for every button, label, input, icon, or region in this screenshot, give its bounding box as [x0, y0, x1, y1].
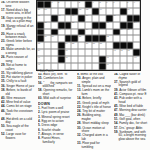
clue-number: 48. [1, 117, 6, 121]
grid-cell[interactable] [85, 63, 92, 70]
cell-number: 46 [106, 56, 109, 59]
grid-cell[interactable] [120, 35, 127, 42]
grid-cell[interactable] [92, 29, 99, 36]
grid-cell[interactable]: 38 [99, 42, 106, 49]
grid-cell[interactable] [127, 35, 134, 42]
cell-number: 27 [120, 28, 123, 31]
grid-cell[interactable] [106, 42, 113, 49]
clue-number: 60. [38, 96, 43, 100]
cell-number: 7 [113, 1, 114, 4]
black-cell [120, 8, 127, 15]
cell-number: 26 [86, 28, 89, 31]
cell-number: 45 [65, 56, 68, 59]
clue-number: 20. [1, 32, 6, 36]
grid-cell[interactable]: 9 [133, 1, 140, 8]
black-cell [65, 22, 72, 29]
clue-number: 10. [77, 76, 82, 80]
cell-number: 35 [72, 42, 75, 45]
cell-number: 22 [72, 21, 75, 24]
cell-number: 39 [37, 49, 40, 52]
cell-number: 28 [127, 28, 130, 31]
grid-cell[interactable] [92, 49, 99, 56]
cell-number: 36 [86, 42, 89, 45]
black-cell [99, 63, 106, 70]
clue-number: 23. [1, 39, 6, 43]
cell-number: 1 [51, 1, 52, 4]
grid-cell[interactable]: 20 [113, 15, 120, 22]
clue-number: 30. [77, 126, 82, 130]
grid-cell[interactable] [113, 63, 120, 70]
cell-number: 44 [37, 56, 40, 59]
grid-cell[interactable] [99, 29, 106, 36]
clue-number: 16. [1, 1, 6, 4]
grid-cell[interactable] [51, 8, 58, 15]
cell-number: 16 [37, 14, 40, 17]
grid-cell[interactable] [65, 15, 72, 22]
grid-cell[interactable]: 29 [44, 35, 51, 42]
grid-cell[interactable] [127, 63, 134, 70]
cell-number: 42 [120, 49, 123, 52]
grid-cell[interactable]: 43 [127, 49, 134, 56]
grid-cell[interactable] [99, 15, 106, 22]
grid-cell[interactable] [113, 56, 120, 63]
grid-cell[interactable]: 28 [127, 29, 134, 36]
cell-number: 2 [58, 1, 59, 4]
clue-item: 37. Spanish gold of legend [114, 81, 149, 88]
cell-number: 31 [79, 35, 82, 38]
grid-cell[interactable]: 17 [58, 15, 65, 22]
crossword-grid: 1234567891011121314151617181920212223242… [36, 0, 141, 71]
clue-number: 13. [77, 88, 82, 92]
grid-cell[interactable] [92, 63, 99, 70]
grid-cell[interactable] [65, 1, 72, 8]
grid-cell[interactable]: 19 [85, 15, 92, 22]
clue-number: 56. [38, 81, 43, 85]
grid-cell[interactable] [65, 63, 72, 70]
cell-number: 38 [99, 42, 102, 45]
cell-number: 32 [106, 35, 109, 38]
clue-number: 33. [77, 141, 82, 145]
grid-cell[interactable] [92, 15, 99, 22]
grid-cell[interactable]: 42 [120, 49, 127, 56]
clue-number: 19. [1, 24, 6, 28]
cell-number: 15 [127, 8, 130, 11]
grid-cell[interactable]: 16 [37, 15, 44, 22]
cell-number: 43 [127, 49, 130, 52]
grid-cell[interactable]: 6 [106, 1, 113, 8]
black-cell [113, 29, 120, 36]
grid-cell[interactable] [120, 56, 127, 63]
grid-cell[interactable] [71, 63, 78, 70]
grid-cell[interactable] [51, 22, 58, 29]
black-cell [58, 49, 65, 56]
grid-cell[interactable] [65, 29, 72, 36]
grid-cell[interactable] [51, 56, 58, 63]
black-cell [78, 15, 85, 22]
grid-cell[interactable] [85, 56, 92, 63]
grid-cell[interactable] [120, 1, 127, 8]
grid-cell[interactable]: 25 [58, 29, 65, 36]
clue-number: 26. [77, 113, 82, 117]
grid-cell[interactable] [71, 29, 78, 36]
grid-cell[interactable]: 32 [106, 35, 113, 42]
grid-cell[interactable] [120, 63, 127, 70]
grid-cell[interactable] [71, 56, 78, 63]
grid-cell[interactable]: 45 [65, 56, 72, 63]
cell-number: 10 [37, 8, 40, 11]
clue-number: 29. [1, 63, 6, 67]
clue-number: 50. [1, 124, 6, 128]
grid-cell[interactable] [51, 42, 58, 49]
clue-number: 8. [38, 136, 41, 140]
cell-number: 18 [72, 14, 75, 17]
grid-cell[interactable] [44, 49, 51, 56]
grid-cell[interactable]: 41 [113, 49, 120, 56]
grid-cell[interactable]: 35 [71, 42, 78, 49]
cell-number: 14 [99, 8, 102, 11]
cell-number: 9 [134, 1, 135, 4]
clue-item: 33. Floor pad for tumbling [77, 142, 111, 149]
grid-cell[interactable] [71, 49, 78, 56]
grid-cell[interactable]: 30 [51, 35, 58, 42]
grid-cell[interactable] [92, 56, 99, 63]
grid-cell[interactable] [133, 29, 140, 36]
grid-cell[interactable]: 14 [99, 8, 106, 15]
cell-number: 6 [106, 1, 107, 4]
grid-cell[interactable] [133, 42, 140, 49]
clue-column-right: 34. Caged talker of rhyme37. Spanish gol… [114, 73, 149, 149]
grid-cell[interactable]: 12 [78, 8, 85, 15]
black-cell [37, 29, 44, 36]
clue-number: 38. [1, 88, 6, 92]
cell-number: 4 [93, 1, 94, 4]
grid-cell[interactable] [127, 56, 134, 63]
clue-item: 60. Mild oath of surprise [38, 97, 73, 101]
cell-number: 21 [44, 21, 47, 24]
grid-cell[interactable]: 23 [106, 22, 113, 29]
grid-cell[interactable] [78, 49, 85, 56]
cell-number: 48 [37, 63, 40, 66]
cell-number: 30 [51, 35, 54, 38]
cell-number: 13 [86, 8, 89, 11]
clue-number: 58. [38, 88, 43, 92]
cell-number: 17 [58, 14, 61, 17]
grid-cell[interactable] [106, 8, 113, 15]
cell-number: 8 [127, 1, 128, 4]
cell-number: 11 [44, 8, 46, 11]
grid-cell[interactable] [78, 56, 85, 63]
black-cell [65, 8, 72, 15]
cell-number: 41 [113, 49, 116, 52]
black-cell [58, 42, 65, 49]
grid-cell[interactable]: 49 [106, 63, 113, 70]
grid-cell[interactable]: 4 [92, 1, 99, 8]
grid-cell[interactable] [133, 63, 140, 70]
grid-cell[interactable]: 31 [78, 35, 85, 42]
clue-number: 59. [114, 130, 119, 134]
cell-number: 23 [106, 21, 109, 24]
cell-number: 47 [134, 56, 137, 59]
cell-number: 25 [58, 28, 61, 31]
grid-cell[interactable] [133, 35, 140, 42]
grid-cell[interactable] [78, 22, 85, 29]
grid-cell[interactable] [78, 42, 85, 49]
grid-cell[interactable] [51, 49, 58, 56]
grid-cell[interactable]: 26 [85, 29, 92, 36]
clue-item: 8. Pianist Hines, familiarly [38, 137, 73, 144]
grid-cell[interactable]: 27 [120, 29, 127, 36]
black-cell [92, 8, 99, 15]
grid-cell[interactable] [44, 56, 51, 63]
grid-cell[interactable]: 22 [71, 22, 78, 29]
grid-cell[interactable]: 21 [44, 22, 51, 29]
grid-cell[interactable] [113, 35, 120, 42]
grid-cell[interactable] [58, 63, 65, 70]
cell-number: 29 [44, 35, 47, 38]
clue-number: 43. [114, 96, 119, 100]
cell-number: 20 [113, 14, 116, 17]
grid-cell[interactable]: 1 [51, 1, 58, 8]
cell-number: 12 [79, 8, 82, 11]
cell-number: 49 [106, 63, 109, 66]
grid-cell[interactable]: 7 [113, 1, 120, 8]
black-cell [127, 15, 134, 22]
cell-number: 40 [65, 49, 68, 52]
grid-cell[interactable] [133, 8, 140, 15]
clue-item: 52. Large vase for flowers [1, 133, 35, 140]
grid-cell[interactable]: 37 [92, 42, 99, 49]
clue-number: 25. [1, 47, 6, 51]
cell-number: 37 [93, 42, 96, 45]
grid-cell[interactable] [99, 49, 106, 56]
clue-number: 37. [114, 80, 119, 84]
black-cell [51, 15, 58, 22]
cell-number: 19 [86, 14, 89, 17]
black-cell [92, 22, 99, 29]
cell-number: 24 [134, 21, 137, 24]
clue-number: 32. [77, 133, 82, 137]
black-cell [37, 22, 44, 29]
grid-cell[interactable] [58, 35, 65, 42]
clue-number: 17. [1, 8, 6, 12]
grid-cell[interactable] [44, 42, 51, 49]
clue-number: 26. [1, 55, 6, 59]
grid-cell[interactable] [113, 22, 120, 29]
grid-cell[interactable] [85, 49, 92, 56]
clue-number: 46. [1, 109, 6, 113]
grid-cell[interactable] [120, 15, 127, 22]
clue-column-mid-left: 53. Back (of), with "to"55. Comforters k… [38, 73, 73, 149]
black-cell [58, 56, 65, 63]
clue-number: 18. [1, 16, 6, 20]
cell-number: 34 [65, 42, 68, 45]
clue-number: 52. [1, 132, 6, 136]
black-cell [99, 56, 106, 63]
clue-number: 34. [114, 73, 119, 76]
grid-cell[interactable]: 11 [44, 8, 51, 15]
grid-cell[interactable]: 2 [58, 1, 65, 8]
grid-cell[interactable]: 24 [133, 22, 140, 29]
clue-column-mid-right: 9. Mimic at the zoo10. Anger, plain and … [77, 73, 111, 149]
grid-cell[interactable] [78, 63, 85, 70]
clue-item: 59. Sunbeam, and with 60, a bright morni… [114, 131, 149, 142]
grid-cell[interactable]: 47 [133, 56, 140, 63]
grid-cell[interactable]: 15 [127, 8, 134, 15]
clue-column-left: 16. Off-white woolen tone17. Noted diva'… [1, 1, 35, 149]
black-cell [99, 22, 106, 29]
cell-number: 3 [79, 1, 80, 4]
cell-number: 33 [37, 42, 40, 45]
grid-cell[interactable] [71, 1, 78, 8]
cell-number: 5 [99, 1, 100, 4]
grid-cell[interactable]: 36 [85, 42, 92, 49]
